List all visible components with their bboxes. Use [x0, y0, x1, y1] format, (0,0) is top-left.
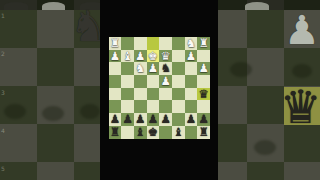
- square-c7[interactable]: [172, 113, 185, 126]
- square-a5[interactable]: ♛: [197, 88, 210, 101]
- black-pawn: ♟: [186, 113, 196, 126]
- square-g2[interactable]: ♝: [121, 50, 134, 63]
- square-f8[interactable]: ♝: [134, 126, 147, 139]
- square-h7[interactable]: ♟: [109, 113, 122, 126]
- square-f3[interactable]: ♞: [134, 62, 147, 75]
- square-g1[interactable]: [121, 37, 134, 50]
- background-blur-piece: [254, 140, 276, 155]
- white-knight: ♞: [135, 62, 145, 75]
- square-b8[interactable]: [185, 126, 198, 139]
- square-e7[interactable]: ♟: [147, 113, 160, 126]
- square-g4[interactable]: [121, 75, 134, 88]
- white-rook: ♜: [199, 37, 209, 50]
- square-e8[interactable]: ♚: [147, 126, 160, 139]
- square-c2[interactable]: [172, 50, 185, 63]
- video-frame: ♞ 1 2 3 4 5 ♟ ♛ ♜♞♜♟♝♟♚♛♟♞♟♞♟♟♛♟♟♟♟♟♟♟♜♝…: [0, 0, 320, 180]
- black-pawn: ♟: [110, 113, 120, 126]
- black-pawn: ♟: [199, 113, 209, 126]
- black-pawn: ♟: [148, 113, 158, 126]
- white-knight: ♞: [186, 37, 196, 50]
- square-a4[interactable]: [197, 75, 210, 88]
- square-a3[interactable]: ♟: [197, 62, 210, 75]
- square-f4[interactable]: [134, 75, 147, 88]
- background-blur-piece: [292, 64, 312, 78]
- square-c3[interactable]: [172, 62, 185, 75]
- square-h2[interactable]: ♟: [109, 50, 122, 63]
- square-h5[interactable]: [109, 88, 122, 101]
- square-a1[interactable]: ♜: [197, 37, 210, 50]
- square-d7[interactable]: ♟: [159, 113, 172, 126]
- background-coordinate: 3: [1, 90, 5, 96]
- piece-top-icon: [245, 2, 269, 10]
- square-c6[interactable]: [172, 100, 185, 113]
- background-coordinate: 4: [1, 128, 5, 134]
- background-board-left: ♞ 1 2 3 4 5: [0, 0, 100, 180]
- black-pawn: ♟: [160, 113, 170, 126]
- background-board-right: ♟ ♛: [218, 0, 320, 180]
- background-blur-piece: [80, 104, 100, 119]
- background-blur-piece: [4, 104, 26, 119]
- black-rook: ♜: [199, 126, 209, 139]
- square-b7[interactable]: ♟: [185, 113, 198, 126]
- chess-board: ♜♞♜♟♝♟♚♛♟♞♟♞♟♟♛♟♟♟♟♟♟♟♜♝♚♝♜: [109, 37, 211, 139]
- square-h1[interactable]: ♜: [109, 37, 122, 50]
- black-queen: ♛: [199, 88, 209, 101]
- square-b3[interactable]: [185, 62, 198, 75]
- square-d5[interactable]: [159, 88, 172, 101]
- square-e5[interactable]: [147, 88, 160, 101]
- square-h4[interactable]: [109, 75, 122, 88]
- white-pawn: ♟: [199, 62, 209, 75]
- background-pawn-icon: ♟: [284, 10, 320, 50]
- square-g8[interactable]: [121, 126, 134, 139]
- square-b4[interactable]: [185, 75, 198, 88]
- black-pawn: ♟: [122, 113, 132, 126]
- square-b1[interactable]: ♞: [185, 37, 198, 50]
- black-pawn: ♟: [135, 113, 145, 126]
- square-g3[interactable]: [121, 62, 134, 75]
- piece-top-icon: [4, 2, 28, 10]
- square-h3[interactable]: [109, 62, 122, 75]
- square-e3[interactable]: ♟: [147, 62, 160, 75]
- white-pawn: ♟: [110, 50, 120, 63]
- background-coordinate: 2: [1, 51, 5, 57]
- square-b2[interactable]: ♟: [185, 50, 198, 63]
- square-b5[interactable]: [185, 88, 198, 101]
- white-pawn: ♟: [160, 75, 170, 88]
- square-c1[interactable]: [172, 37, 185, 50]
- black-rook: ♜: [110, 126, 120, 139]
- square-d8[interactable]: [159, 126, 172, 139]
- background-blur-piece: [230, 62, 252, 77]
- square-g5[interactable]: [121, 88, 134, 101]
- white-bishop: ♝: [122, 50, 132, 63]
- square-c5[interactable]: [172, 88, 185, 101]
- square-c8[interactable]: ♝: [172, 126, 185, 139]
- square-g7[interactable]: ♟: [121, 113, 134, 126]
- background-coordinate: 1: [1, 13, 5, 19]
- square-f7[interactable]: ♟: [134, 113, 147, 126]
- background-coordinate: 5: [1, 166, 5, 172]
- white-pawn: ♟: [186, 50, 196, 63]
- square-f1[interactable]: [134, 37, 147, 50]
- square-f5[interactable]: [134, 88, 147, 101]
- black-bishop: ♝: [135, 126, 145, 139]
- square-h8[interactable]: ♜: [109, 126, 122, 139]
- square-c4[interactable]: [172, 75, 185, 88]
- black-king: ♚: [148, 126, 158, 139]
- piece-top-icon: [42, 2, 65, 10]
- background-queen-icon: ♛: [280, 84, 320, 130]
- black-bishop: ♝: [173, 126, 183, 139]
- square-d4[interactable]: ♟: [159, 75, 172, 88]
- square-e1[interactable]: [147, 37, 160, 50]
- white-rook: ♜: [110, 37, 120, 50]
- square-a8[interactable]: ♜: [197, 126, 210, 139]
- square-e4[interactable]: [147, 75, 160, 88]
- background-blur-piece: [42, 106, 64, 121]
- square-a7[interactable]: ♟: [197, 113, 210, 126]
- background-knight-icon: ♞: [70, 6, 100, 48]
- square-d1[interactable]: [159, 37, 172, 50]
- white-pawn: ♟: [148, 62, 158, 75]
